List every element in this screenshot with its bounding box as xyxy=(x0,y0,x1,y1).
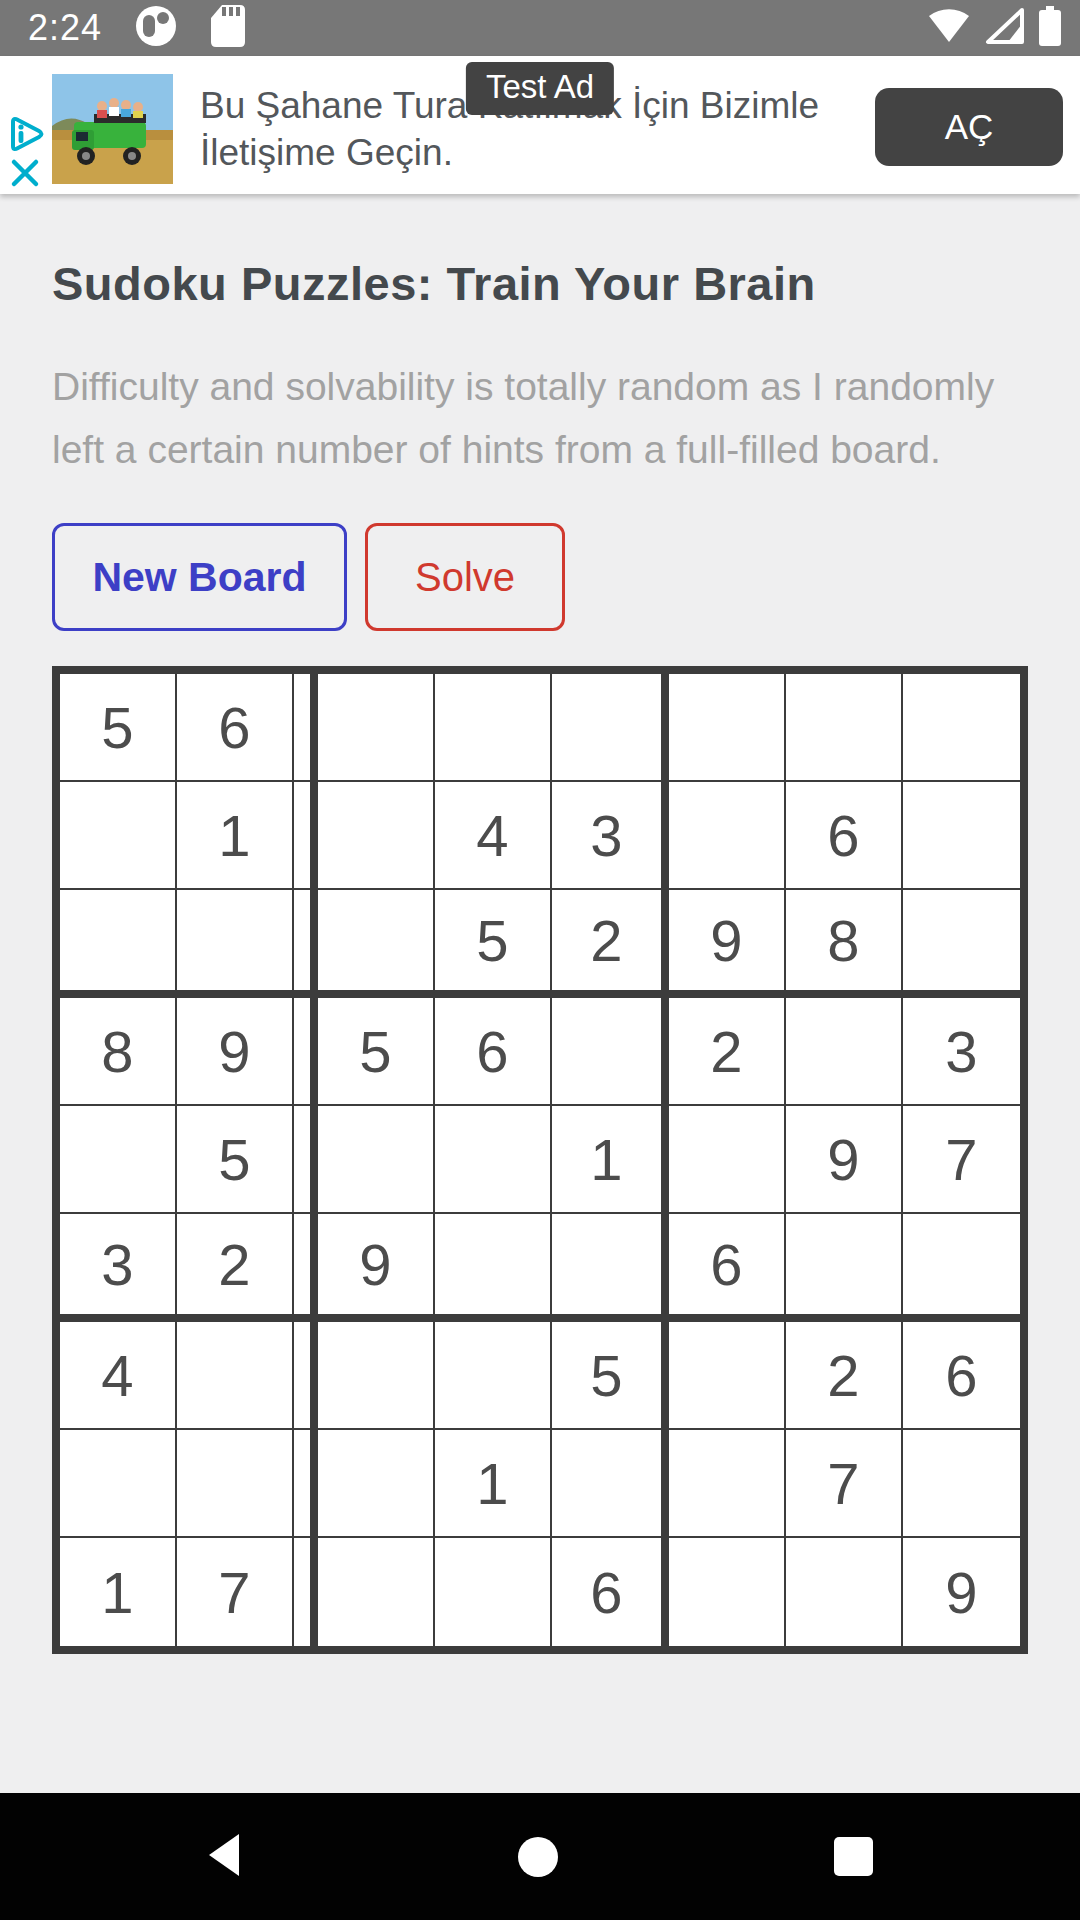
sudoku-cell xyxy=(60,890,177,998)
sudoku-cell xyxy=(435,1322,552,1430)
sudoku-cell xyxy=(903,1214,1020,1322)
sudoku-cell xyxy=(435,1106,552,1214)
status-time: 2:24 xyxy=(28,7,102,49)
sudoku-board: 5614365298895623519732964526171769 xyxy=(52,666,1028,1654)
ad-cta-button[interactable]: AÇ xyxy=(875,88,1063,166)
sudoku-cell: 3 xyxy=(60,1214,177,1322)
sudoku-cell xyxy=(318,1322,435,1430)
sudoku-cell xyxy=(669,1322,786,1430)
sudoku-cell xyxy=(60,1106,177,1214)
button-row: New Board Solve xyxy=(52,523,1080,631)
sudoku-cell: 2 xyxy=(177,1214,294,1322)
sudoku-cell xyxy=(435,1538,552,1646)
sudoku-cell xyxy=(318,1430,435,1538)
sudoku-cell xyxy=(318,782,435,890)
nav-back-button[interactable] xyxy=(207,1833,241,1881)
battery-icon xyxy=(1038,5,1062,51)
sudoku-cell xyxy=(294,1538,318,1646)
sudoku-cell xyxy=(177,1322,294,1430)
sudoku-cell xyxy=(552,1214,669,1322)
sudoku-cell: 8 xyxy=(786,890,903,998)
sudoku-cell xyxy=(552,998,669,1106)
sudoku-cell xyxy=(294,674,318,782)
sudoku-cell xyxy=(435,674,552,782)
test-ad-badge: Test Ad xyxy=(466,62,614,115)
sudoku-cell: 1 xyxy=(177,782,294,890)
sudoku-cell: 6 xyxy=(669,1214,786,1322)
sudoku-cell: 2 xyxy=(786,1322,903,1430)
sudoku-cell: 1 xyxy=(60,1538,177,1646)
sudoku-cell: 8 xyxy=(60,998,177,1106)
sudoku-cell: 5 xyxy=(435,890,552,998)
sudoku-cell: 4 xyxy=(60,1322,177,1430)
sudoku-cell xyxy=(318,1538,435,1646)
ad-banner[interactable]: Bu Şahane Tura Katılmak İçin Bizimle İle… xyxy=(0,56,1080,194)
sudoku-cell xyxy=(177,890,294,998)
adchoices-icon[interactable] xyxy=(6,114,46,158)
sudoku-cell xyxy=(669,1538,786,1646)
sudoku-cell: 3 xyxy=(903,998,1020,1106)
nav-home-button[interactable] xyxy=(518,1837,558,1877)
sudoku-cell xyxy=(669,1106,786,1214)
sudoku-cell: 6 xyxy=(786,782,903,890)
sudoku-cell xyxy=(177,1430,294,1538)
nav-recents-button[interactable] xyxy=(834,1837,873,1876)
sudoku-cell xyxy=(294,1322,318,1430)
nav-bar xyxy=(0,1793,1080,1920)
sudoku-cell xyxy=(318,1106,435,1214)
sudoku-cell: 6 xyxy=(903,1322,1020,1430)
sudoku-cell xyxy=(318,890,435,998)
sudoku-cell xyxy=(294,1430,318,1538)
sdcard-icon xyxy=(208,3,248,53)
sudoku-cell: 5 xyxy=(552,1322,669,1430)
sudoku-cell xyxy=(786,998,903,1106)
sudoku-cell: 3 xyxy=(552,782,669,890)
sudoku-cell: 9 xyxy=(177,998,294,1106)
sudoku-cell xyxy=(903,890,1020,998)
sudoku-cell: 1 xyxy=(552,1106,669,1214)
sudoku-cell xyxy=(903,674,1020,782)
sudoku-cell xyxy=(60,782,177,890)
sudoku-cell xyxy=(669,782,786,890)
signal-icon xyxy=(984,6,1026,50)
sudoku-cell xyxy=(786,674,903,782)
sudoku-cell: 4 xyxy=(435,782,552,890)
sudoku-cell xyxy=(669,1430,786,1538)
sudoku-cell: 7 xyxy=(177,1538,294,1646)
sudoku-cell xyxy=(903,782,1020,890)
sudoku-cell xyxy=(786,1538,903,1646)
app-screen: 2:24 xyxy=(0,0,1080,1920)
sudoku-cell xyxy=(552,674,669,782)
sudoku-cell xyxy=(294,1214,318,1322)
sudoku-cell xyxy=(294,890,318,998)
sudoku-cell xyxy=(294,782,318,890)
sudoku-cell: 2 xyxy=(552,890,669,998)
sudoku-cell: 7 xyxy=(786,1430,903,1538)
sudoku-cell: 6 xyxy=(552,1538,669,1646)
sudoku-cell xyxy=(435,1214,552,1322)
sudoku-cell xyxy=(294,998,318,1106)
ad-photo[interactable] xyxy=(52,74,173,184)
sudoku-cell: 1 xyxy=(435,1430,552,1538)
sudoku-cell: 9 xyxy=(318,1214,435,1322)
notification-icon xyxy=(134,4,178,52)
page-description: Difficulty and solvability is totally ra… xyxy=(52,355,1037,481)
sudoku-cell xyxy=(786,1214,903,1322)
solve-button[interactable]: Solve xyxy=(365,523,565,631)
sudoku-cell: 6 xyxy=(435,998,552,1106)
sudoku-cell xyxy=(294,1106,318,1214)
sudoku-cell xyxy=(318,674,435,782)
sudoku-cell: 7 xyxy=(903,1106,1020,1214)
sudoku-cell: 2 xyxy=(669,998,786,1106)
sudoku-cell: 9 xyxy=(903,1538,1020,1646)
sudoku-cell: 9 xyxy=(786,1106,903,1214)
page-title: Sudoku Puzzles: Train Your Brain xyxy=(52,256,1080,311)
sudoku-cell xyxy=(669,674,786,782)
new-board-button[interactable]: New Board xyxy=(52,523,347,631)
sudoku-cell: 5 xyxy=(60,674,177,782)
status-bar: 2:24 xyxy=(0,0,1080,56)
sudoku-cell: 9 xyxy=(669,890,786,998)
sudoku-cell: 5 xyxy=(177,1106,294,1214)
sudoku-cell xyxy=(903,1430,1020,1538)
sudoku-cell xyxy=(552,1430,669,1538)
wifi-icon xyxy=(926,6,972,50)
sudoku-cell: 5 xyxy=(318,998,435,1106)
ad-close-icon[interactable] xyxy=(10,158,40,192)
sudoku-cell xyxy=(60,1430,177,1538)
sudoku-cell: 6 xyxy=(177,674,294,782)
